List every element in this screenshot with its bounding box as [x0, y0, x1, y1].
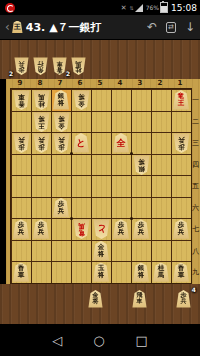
- hand-stack-歩兵[interactable]: 歩兵4: [176, 290, 191, 308]
- file-label-9: 9: [10, 79, 30, 88]
- piece-銀将-39[interactable]: 銀将: [133, 262, 150, 282]
- signal-arrows-icon: ⇅: [130, 5, 134, 11]
- piece-香車-99[interactable]: 香車: [13, 262, 30, 282]
- flip-board-button[interactable]: ⇄: [166, 22, 176, 33]
- piece-と-63[interactable]: と: [73, 133, 90, 153]
- notification-icon: [5, 3, 15, 13]
- rank-label-4: 四: [191, 160, 200, 170]
- rank-label-1: 一: [191, 95, 200, 105]
- android-nav-bar: ◁ ○ □: [0, 324, 200, 356]
- phone-screen: ✕ ⇅ 76% 15:08 ‹ 王 43. ▲７一銀打 ↶ ⇄ ↓ 歩兵2角行香…: [0, 0, 200, 356]
- rank-label-8: 八: [191, 246, 200, 256]
- file-label-4: 4: [110, 79, 130, 88]
- piece-歩兵-87[interactable]: 歩兵: [33, 219, 50, 239]
- file-label-5: 5: [90, 79, 110, 88]
- battery-percent: 76%: [146, 4, 159, 11]
- hand-stack-飛車[interactable]: 飛車: [132, 290, 147, 308]
- piece-歩兵-76[interactable]: 歩兵: [53, 198, 70, 218]
- hand-piece-金将[interactable]: 金将: [88, 290, 103, 308]
- hand-piece-角行[interactable]: 角行: [33, 57, 48, 75]
- status-clock: 15:08: [171, 3, 197, 13]
- hand-stack-歩兵[interactable]: 歩兵2: [14, 57, 29, 75]
- piece-香車-91[interactable]: 香車: [13, 90, 30, 110]
- undo-move-button[interactable]: ↶: [147, 21, 157, 33]
- title-bar: ‹ 王 43. ▲７一銀打 ↶ ⇄ ↓: [0, 15, 200, 40]
- hand-count-badge: 2: [66, 70, 70, 77]
- piece-金将-61[interactable]: 金将: [73, 90, 90, 110]
- piece-竜王-11[interactable]: 竜王: [173, 90, 190, 110]
- hand-stack-金将[interactable]: 金将: [88, 290, 103, 308]
- hand-stack-香車[interactable]: 香車: [52, 57, 67, 75]
- piece-歩兵-93[interactable]: 歩兵: [13, 133, 30, 153]
- hand-stack-桂馬[interactable]: 桂馬2: [71, 57, 86, 75]
- jump-to-end-button[interactable]: ↓: [185, 21, 195, 33]
- rank-label-7: 七: [191, 224, 200, 234]
- star-point: [130, 217, 133, 220]
- file-label-7: 7: [50, 79, 70, 88]
- piece-竜馬-67[interactable]: 竜馬: [73, 219, 90, 239]
- piece-歩兵-83[interactable]: 歩兵: [33, 133, 50, 153]
- sente-hand-tray: 金将飛車歩兵4: [0, 284, 200, 324]
- hand-piece-歩兵[interactable]: 歩兵: [176, 290, 191, 308]
- piece-王将-82[interactable]: 王将: [33, 112, 50, 132]
- board-grid[interactable]: 香車桂馬銀将金将竜王王将金将歩兵歩兵歩兵と全歩兵銀将歩兵歩兵歩兵竜馬と歩兵歩兵歩…: [10, 88, 192, 284]
- piece-玉将-59[interactable]: 玉将: [93, 262, 110, 282]
- piece-全-43[interactable]: 全: [113, 133, 130, 153]
- piece-歩兵-37[interactable]: 歩兵: [133, 219, 150, 239]
- nav-back-button[interactable]: ◁: [52, 334, 62, 347]
- file-label-6: 6: [70, 79, 90, 88]
- file-label-1: 1: [170, 79, 190, 88]
- file-label-8: 8: [30, 79, 50, 88]
- rank-label-9: 九: [191, 267, 200, 277]
- gote-hand-tray: 歩兵2角行香車桂馬2: [0, 40, 200, 79]
- piece-歩兵-17[interactable]: 歩兵: [173, 219, 190, 239]
- rank-label-2: 二: [191, 117, 200, 127]
- app-piece-icon[interactable]: 王: [12, 21, 23, 34]
- piece-桂馬-29[interactable]: 桂馬: [153, 262, 170, 282]
- nav-recents-button[interactable]: □: [136, 334, 148, 347]
- piece-歩兵-13[interactable]: 歩兵: [173, 133, 190, 153]
- piece-香車-19[interactable]: 香車: [173, 262, 190, 282]
- file-label-2: 2: [150, 79, 170, 88]
- star-point: [70, 152, 73, 155]
- piece-歩兵-97[interactable]: 歩兵: [13, 219, 30, 239]
- signal-icon: [135, 4, 143, 12]
- piece-と-57[interactable]: と: [93, 219, 110, 239]
- vibrate-icon: ✕: [121, 4, 127, 12]
- rank-label-6: 六: [191, 203, 200, 213]
- hand-piece-桂馬[interactable]: 桂馬: [71, 57, 86, 75]
- star-point: [70, 217, 73, 220]
- piece-歩兵-73[interactable]: 歩兵: [53, 133, 70, 153]
- hand-piece-飛車[interactable]: 飛車: [132, 290, 147, 308]
- star-point: [130, 152, 133, 155]
- status-bar: ✕ ⇅ 76% 15:08: [0, 0, 200, 15]
- hand-piece-歩兵[interactable]: 歩兵: [14, 57, 29, 75]
- piece-桂馬-81[interactable]: 桂馬: [33, 90, 50, 110]
- file-labels: 987654321: [10, 79, 192, 88]
- piece-金将-72[interactable]: 金将: [53, 112, 70, 132]
- hand-piece-香車[interactable]: 香車: [52, 57, 67, 75]
- nav-home-button[interactable]: ○: [93, 334, 104, 347]
- rank-label-5: 五: [191, 181, 200, 191]
- rank-label-3: 三: [191, 138, 200, 148]
- hand-count-badge: 4: [192, 286, 196, 293]
- battery-icon: [160, 2, 168, 13]
- move-title: 43. ▲７一銀打: [26, 20, 102, 35]
- board-panel: 987654321 香車桂馬銀将金将竜王王将金将歩兵歩兵歩兵と全歩兵銀将歩兵歩兵…: [6, 79, 200, 284]
- piece-金将-58[interactable]: 金将: [93, 241, 110, 261]
- hand-stack-角行[interactable]: 角行: [33, 57, 48, 75]
- piece-銀将-34[interactable]: 銀将: [133, 155, 150, 175]
- back-chevron-icon[interactable]: ‹: [5, 20, 10, 34]
- file-label-3: 3: [130, 79, 150, 88]
- hand-count-badge: 2: [9, 70, 13, 77]
- piece-歩兵-47[interactable]: 歩兵: [113, 219, 130, 239]
